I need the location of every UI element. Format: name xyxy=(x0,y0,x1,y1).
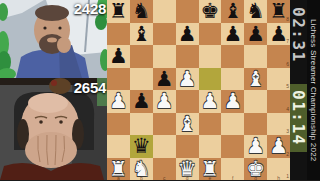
square-e5[interactable] xyxy=(199,68,222,91)
square-a6[interactable]: ♟ xyxy=(107,45,130,68)
piece-black-pawn[interactable]: ♟ xyxy=(155,68,174,90)
square-b2[interactable]: ♛ xyxy=(130,135,153,158)
piece-black-bishop[interactable]: ♝ xyxy=(132,23,151,45)
piece-black-pawn[interactable]: ♟ xyxy=(223,23,242,45)
piece-white-pawn[interactable]: ♟ xyxy=(269,135,288,157)
square-e8[interactable]: ♚ xyxy=(199,0,222,23)
square-e7[interactable] xyxy=(199,23,222,46)
square-e3[interactable] xyxy=(199,113,222,136)
square-d4[interactable] xyxy=(176,90,199,113)
square-a5[interactable] xyxy=(107,68,130,91)
square-c5[interactable]: ♟ xyxy=(153,68,176,91)
piece-white-knight[interactable]: ♞ xyxy=(132,158,151,180)
square-e6[interactable] xyxy=(199,45,222,68)
square-g5[interactable]: ♝ xyxy=(244,68,267,91)
square-h4[interactable]: 4 xyxy=(267,90,290,113)
piece-black-pawn[interactable]: ♟ xyxy=(246,23,265,45)
square-f6[interactable] xyxy=(221,45,244,68)
square-d8[interactable] xyxy=(176,0,199,23)
square-a3[interactable] xyxy=(107,113,130,136)
coordinate-file-h: h xyxy=(267,175,290,180)
square-d3[interactable]: ♝ xyxy=(176,113,199,136)
square-b7[interactable]: ♝ xyxy=(130,23,153,46)
piece-white-rook[interactable]: ♜ xyxy=(201,158,220,180)
coordinate-file-c: c xyxy=(153,175,176,180)
piece-black-knight[interactable]: ♞ xyxy=(132,0,151,22)
square-h7[interactable]: ♟7 xyxy=(267,23,290,46)
clock-top-player: 02:31 xyxy=(290,2,307,68)
piece-black-rook[interactable]: ♜ xyxy=(109,0,128,22)
rating-bottom-player: 2654 xyxy=(66,80,106,95)
square-d1[interactable]: ♛d xyxy=(176,158,199,181)
square-f5[interactable] xyxy=(221,68,244,91)
square-g6[interactable] xyxy=(244,45,267,68)
square-d7[interactable]: ♟ xyxy=(176,23,199,46)
square-c8[interactable] xyxy=(153,0,176,23)
square-g3[interactable] xyxy=(244,113,267,136)
square-d2[interactable] xyxy=(176,135,199,158)
rating-top-player: 2428 xyxy=(66,1,106,16)
square-c4[interactable]: ♟ xyxy=(153,90,176,113)
square-a7[interactable] xyxy=(107,23,130,46)
square-c2[interactable] xyxy=(153,135,176,158)
piece-white-pawn[interactable]: ♟ xyxy=(201,90,220,112)
piece-black-king[interactable]: ♚ xyxy=(201,0,220,22)
square-g8[interactable]: ♞ xyxy=(244,0,267,23)
square-d5[interactable]: ♟ xyxy=(176,68,199,91)
square-c1[interactable]: c xyxy=(153,158,176,181)
piece-white-bishop[interactable]: ♝ xyxy=(178,113,197,135)
piece-white-rook[interactable]: ♜ xyxy=(109,158,128,180)
piece-black-bishop[interactable]: ♝ xyxy=(223,0,242,22)
piece-white-pawn[interactable]: ♟ xyxy=(223,90,242,112)
square-c7[interactable] xyxy=(153,23,176,46)
piece-black-pawn[interactable]: ♟ xyxy=(178,23,197,45)
square-h8[interactable]: ♜8 xyxy=(267,0,290,23)
square-h1[interactable]: h1 xyxy=(267,158,290,181)
piece-black-knight[interactable]: ♞ xyxy=(246,0,265,22)
piece-white-queen[interactable]: ♛ xyxy=(178,158,197,180)
square-g7[interactable]: ♟ xyxy=(244,23,267,46)
piece-black-pawn[interactable]: ♟ xyxy=(132,90,151,112)
stream-screen: 2428 2654 ♜♞♚♝♞♜8♝♟♟♟♟7♟6♟♟♝5♟♟♟♟♟4♝3♛♟♟… xyxy=(0,0,320,180)
piece-white-bishop[interactable]: ♝ xyxy=(246,68,265,90)
square-d6[interactable] xyxy=(176,45,199,68)
coordinate-rank-1: 1 xyxy=(286,174,289,179)
square-b5[interactable] xyxy=(130,68,153,91)
square-b4[interactable]: ♟ xyxy=(130,90,153,113)
square-c6[interactable] xyxy=(153,45,176,68)
square-e2[interactable] xyxy=(199,135,222,158)
piece-white-pawn[interactable]: ♟ xyxy=(246,135,265,157)
square-b1[interactable]: ♞b xyxy=(130,158,153,181)
piece-white-king[interactable]: ♚ xyxy=(246,158,265,180)
square-f4[interactable]: ♟ xyxy=(221,90,244,113)
square-f1[interactable]: f xyxy=(221,158,244,181)
square-g4[interactable] xyxy=(244,90,267,113)
square-a1[interactable]: ♜a xyxy=(107,158,130,181)
square-f2[interactable] xyxy=(221,135,244,158)
square-e4[interactable]: ♟ xyxy=(199,90,222,113)
piece-black-queen[interactable]: ♛ xyxy=(132,135,151,157)
square-h3[interactable]: 3 xyxy=(267,113,290,136)
square-b6[interactable] xyxy=(130,45,153,68)
piece-white-pawn[interactable]: ♟ xyxy=(109,90,128,112)
piece-white-pawn[interactable]: ♟ xyxy=(178,68,197,90)
chess-board[interactable]: ♜♞♚♝♞♜8♝♟♟♟♟7♟6♟♟♝5♟♟♟♟♟4♝3♛♟♟2♜a♞bc♛d♜e… xyxy=(107,0,290,180)
piece-black-rook[interactable]: ♜ xyxy=(269,0,288,22)
square-h6[interactable]: 6 xyxy=(267,45,290,68)
coordinate-file-f: f xyxy=(221,175,244,180)
square-f8[interactable]: ♝ xyxy=(221,0,244,23)
piece-black-pawn[interactable]: ♟ xyxy=(269,23,288,45)
event-title-column: Lichess Streamer Championship 2022 xyxy=(307,0,320,180)
square-a2[interactable] xyxy=(107,135,130,158)
event-title: Lichess Streamer Championship 2022 xyxy=(307,0,320,180)
square-f3[interactable] xyxy=(221,113,244,136)
clock-bottom-player-active: 01:14 xyxy=(290,84,307,152)
square-c3[interactable] xyxy=(153,113,176,136)
square-b8[interactable]: ♞ xyxy=(130,0,153,23)
square-a4[interactable]: ♟ xyxy=(107,90,130,113)
square-g1[interactable]: ♚g xyxy=(244,158,267,181)
square-h2[interactable]: ♟2 xyxy=(267,135,290,158)
square-b3[interactable] xyxy=(130,113,153,136)
coordinate-rank-5: 5 xyxy=(286,84,289,89)
square-f7[interactable]: ♟ xyxy=(221,23,244,46)
square-a8[interactable]: ♜ xyxy=(107,0,130,23)
clock-column: 02:31 01:14 xyxy=(290,0,307,180)
piece-white-pawn[interactable]: ♟ xyxy=(155,90,174,112)
square-h5[interactable]: 5 xyxy=(267,68,290,91)
piece-black-pawn[interactable]: ♟ xyxy=(109,45,128,67)
square-e1[interactable]: ♜e xyxy=(199,158,222,181)
square-g2[interactable]: ♟ xyxy=(244,135,267,158)
